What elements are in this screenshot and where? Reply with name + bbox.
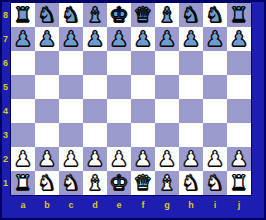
square-a7[interactable]: ♟ — [11, 27, 35, 51]
square-c7[interactable]: ♟ — [59, 27, 83, 51]
black-bishop[interactable]: ♝ — [86, 3, 105, 27]
square-h5[interactable] — [179, 75, 203, 99]
square-b1[interactable]: ♞ — [35, 171, 59, 195]
file-label-a: a — [11, 198, 35, 212]
square-g3[interactable] — [155, 123, 179, 147]
white-rook[interactable]: ♜ — [14, 171, 33, 195]
white-pawn[interactable]: ♟ — [158, 147, 177, 171]
square-i1[interactable]: ♞ — [203, 171, 227, 195]
square-d3[interactable] — [83, 123, 107, 147]
square-e6[interactable] — [107, 51, 131, 75]
file-label-e: e — [107, 198, 131, 212]
white-bishop[interactable]: ♝ — [158, 171, 177, 195]
square-a2[interactable]: ♟ — [11, 147, 35, 171]
rank-label-6: 6 — [0, 51, 11, 75]
chessboard-frame: 87654321 ♜♞♞♝♚♛♝♞♞♜♟♟♟♟♟♟♟♟♟♟♟♟♟♟♟♟♟♟♟♟♜… — [0, 0, 266, 220]
black-king[interactable]: ♚ — [110, 3, 129, 27]
square-h3[interactable] — [179, 123, 203, 147]
square-h2[interactable]: ♟ — [179, 147, 203, 171]
white-knight[interactable]: ♞ — [62, 171, 81, 195]
square-c4[interactable] — [59, 99, 83, 123]
square-c8[interactable]: ♞ — [59, 3, 83, 27]
black-knight[interactable]: ♞ — [206, 3, 225, 27]
file-label-c: c — [59, 198, 83, 212]
square-h8[interactable]: ♞ — [179, 3, 203, 27]
square-d4[interactable] — [83, 99, 107, 123]
white-queen[interactable]: ♛ — [134, 171, 153, 195]
square-i4[interactable] — [203, 99, 227, 123]
square-i7[interactable]: ♟ — [203, 27, 227, 51]
file-label-j: j — [227, 198, 251, 212]
square-b3[interactable] — [35, 123, 59, 147]
file-label-f: f — [131, 198, 155, 212]
square-a3[interactable] — [11, 123, 35, 147]
black-pawn[interactable]: ♟ — [206, 27, 225, 51]
black-pawn[interactable]: ♟ — [134, 27, 153, 51]
square-e7[interactable]: ♟ — [107, 27, 131, 51]
square-g6[interactable] — [155, 51, 179, 75]
black-pawn[interactable]: ♟ — [62, 27, 81, 51]
white-pawn[interactable]: ♟ — [14, 147, 33, 171]
square-a6[interactable] — [11, 51, 35, 75]
square-a1[interactable]: ♜ — [11, 171, 35, 195]
white-bishop[interactable]: ♝ — [86, 171, 105, 195]
square-e2[interactable]: ♟ — [107, 147, 131, 171]
rank-label-8: 8 — [0, 3, 11, 27]
square-i2[interactable]: ♟ — [203, 147, 227, 171]
square-j1[interactable]: ♜ — [227, 171, 251, 195]
white-pawn[interactable]: ♟ — [182, 147, 201, 171]
square-g8[interactable]: ♝ — [155, 3, 179, 27]
white-pawn[interactable]: ♟ — [110, 147, 129, 171]
square-a4[interactable] — [11, 99, 35, 123]
square-b8[interactable]: ♞ — [35, 3, 59, 27]
square-d8[interactable]: ♝ — [83, 3, 107, 27]
square-f5[interactable] — [131, 75, 155, 99]
white-pawn[interactable]: ♟ — [134, 147, 153, 171]
file-label-d: d — [83, 198, 107, 212]
black-pawn[interactable]: ♟ — [14, 27, 33, 51]
square-j5[interactable] — [227, 75, 251, 99]
file-label-i: i — [203, 198, 227, 212]
square-j6[interactable] — [227, 51, 251, 75]
black-pawn[interactable]: ♟ — [158, 27, 177, 51]
black-pawn[interactable]: ♟ — [182, 27, 201, 51]
square-a8[interactable]: ♜ — [11, 3, 35, 27]
black-pawn[interactable]: ♟ — [110, 27, 129, 51]
rank-label-3: 3 — [0, 123, 11, 147]
square-g7[interactable]: ♟ — [155, 27, 179, 51]
square-d2[interactable]: ♟ — [83, 147, 107, 171]
square-h4[interactable] — [179, 99, 203, 123]
square-b7[interactable]: ♟ — [35, 27, 59, 51]
square-c3[interactable] — [59, 123, 83, 147]
square-j4[interactable] — [227, 99, 251, 123]
file-label-h: h — [179, 198, 203, 212]
black-pawn[interactable]: ♟ — [38, 27, 57, 51]
square-e5[interactable] — [107, 75, 131, 99]
square-b4[interactable] — [35, 99, 59, 123]
square-e4[interactable] — [107, 99, 131, 123]
file-label-b: b — [35, 198, 59, 212]
rank-label-1: 1 — [0, 171, 11, 195]
square-d7[interactable]: ♟ — [83, 27, 107, 51]
white-pawn[interactable]: ♟ — [206, 147, 225, 171]
rank-label-4: 4 — [0, 99, 11, 123]
file-label-g: g — [155, 198, 179, 212]
white-pawn[interactable]: ♟ — [86, 147, 105, 171]
rank-labels: 87654321 — [0, 3, 11, 195]
square-b2[interactable]: ♟ — [35, 147, 59, 171]
square-f8[interactable]: ♛ — [131, 3, 155, 27]
black-pawn[interactable]: ♟ — [86, 27, 105, 51]
square-h6[interactable] — [179, 51, 203, 75]
white-pawn[interactable]: ♟ — [62, 147, 81, 171]
black-knight[interactable]: ♞ — [62, 3, 81, 27]
square-g2[interactable]: ♟ — [155, 147, 179, 171]
rank-label-2: 2 — [0, 147, 11, 171]
square-c1[interactable]: ♞ — [59, 171, 83, 195]
square-d1[interactable]: ♝ — [83, 171, 107, 195]
square-c6[interactable] — [59, 51, 83, 75]
square-b5[interactable] — [35, 75, 59, 99]
file-labels: abcdefghij — [11, 198, 251, 212]
square-i5[interactable] — [203, 75, 227, 99]
square-i6[interactable] — [203, 51, 227, 75]
square-f2[interactable]: ♟ — [131, 147, 155, 171]
white-knight[interactable]: ♞ — [38, 171, 57, 195]
chessboard[interactable]: ♜♞♞♝♚♛♝♞♞♜♟♟♟♟♟♟♟♟♟♟♟♟♟♟♟♟♟♟♟♟♜♞♞♝♚♛♝♞♞♜ — [11, 3, 251, 195]
white-knight[interactable]: ♞ — [206, 171, 225, 195]
square-f4[interactable] — [131, 99, 155, 123]
square-d6[interactable] — [83, 51, 107, 75]
square-b6[interactable] — [35, 51, 59, 75]
square-f6[interactable] — [131, 51, 155, 75]
square-j2[interactable]: ♟ — [227, 147, 251, 171]
square-g1[interactable]: ♝ — [155, 171, 179, 195]
square-f3[interactable] — [131, 123, 155, 147]
square-d5[interactable] — [83, 75, 107, 99]
white-rook[interactable]: ♜ — [230, 171, 249, 195]
square-g4[interactable] — [155, 99, 179, 123]
square-f1[interactable]: ♛ — [131, 171, 155, 195]
square-g5[interactable] — [155, 75, 179, 99]
square-h7[interactable]: ♟ — [179, 27, 203, 51]
square-e1[interactable]: ♚ — [107, 171, 131, 195]
square-j8[interactable]: ♜ — [227, 3, 251, 27]
white-pawn[interactable]: ♟ — [38, 147, 57, 171]
square-e8[interactable]: ♚ — [107, 3, 131, 27]
square-c2[interactable]: ♟ — [59, 147, 83, 171]
white-pawn[interactable]: ♟ — [230, 147, 249, 171]
square-i8[interactable]: ♞ — [203, 3, 227, 27]
black-pawn[interactable]: ♟ — [230, 27, 249, 51]
square-c5[interactable] — [59, 75, 83, 99]
white-knight[interactable]: ♞ — [182, 171, 201, 195]
square-j3[interactable] — [227, 123, 251, 147]
rank-label-7: 7 — [0, 27, 11, 51]
black-rook[interactable]: ♜ — [14, 3, 33, 27]
square-h1[interactable]: ♞ — [179, 171, 203, 195]
square-f7[interactable]: ♟ — [131, 27, 155, 51]
black-knight[interactable]: ♞ — [38, 3, 57, 27]
rank-label-5: 5 — [0, 75, 11, 99]
black-knight[interactable]: ♞ — [182, 3, 201, 27]
black-queen[interactable]: ♛ — [134, 3, 153, 27]
square-a5[interactable] — [11, 75, 35, 99]
white-king[interactable]: ♚ — [110, 171, 129, 195]
black-bishop[interactable]: ♝ — [158, 3, 177, 27]
square-e3[interactable] — [107, 123, 131, 147]
black-rook[interactable]: ♜ — [230, 3, 249, 27]
square-j7[interactable]: ♟ — [227, 27, 251, 51]
square-i3[interactable] — [203, 123, 227, 147]
